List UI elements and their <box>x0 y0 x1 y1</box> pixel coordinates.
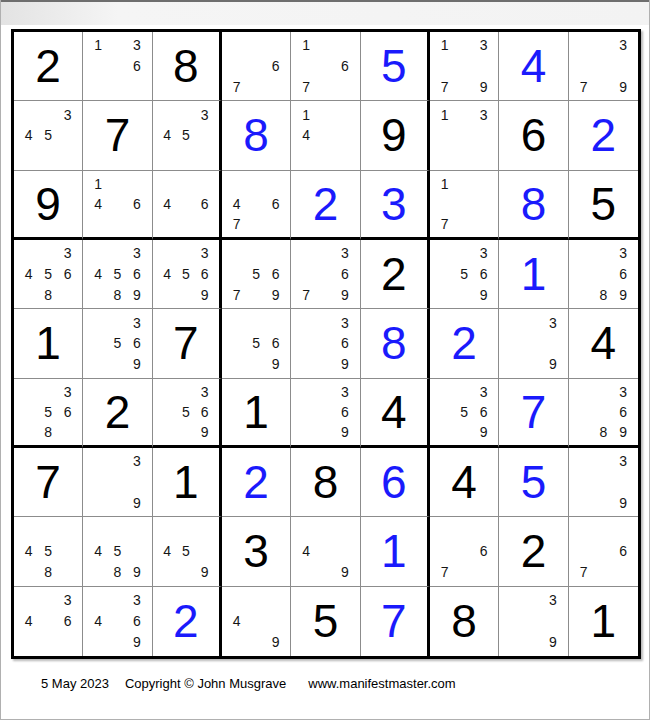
cell-r8c2[interactable]: 4589 <box>83 517 152 586</box>
pencil-digit: 4 <box>88 541 107 562</box>
pencil-marks: 13 <box>430 101 498 169</box>
pencil-digit: 3 <box>127 35 146 56</box>
pencil-digit: 3 <box>195 104 214 125</box>
cell-r1c6[interactable]: 5 <box>361 32 430 101</box>
cell-r8c9[interactable]: 67 <box>569 517 638 586</box>
pencil-marks: 67 <box>430 517 498 585</box>
pencil-digit: 3 <box>474 382 493 402</box>
cell-r5c1[interactable]: 1 <box>14 309 83 378</box>
cell-r9c9[interactable]: 1 <box>569 587 638 656</box>
pencil-digit: 6 <box>335 56 354 77</box>
pencil-digit: 8 <box>38 422 57 442</box>
pencil-digit: 6 <box>613 264 633 285</box>
entered-digit: 8 <box>381 320 407 366</box>
pencil-digit: 8 <box>108 285 127 306</box>
pencil-marks: 379 <box>569 32 638 100</box>
cell-r2c8[interactable]: 6 <box>499 101 568 170</box>
pencil-digit: 5 <box>38 125 57 146</box>
pencil-marks: 3679 <box>291 240 359 308</box>
cell-r5c2[interactable]: 3569 <box>83 309 152 378</box>
cell-r7c7[interactable]: 4 <box>430 448 499 517</box>
pencil-digit: 5 <box>454 264 473 285</box>
pencil-digit: 9 <box>474 422 493 442</box>
cell-r2c1[interactable]: 345 <box>14 101 83 170</box>
cell-r6c2[interactable]: 2 <box>83 379 152 448</box>
pencil-digit: 8 <box>38 285 57 306</box>
pencil-marks: 3689 <box>569 379 638 445</box>
pencil-digit: 7 <box>227 77 246 98</box>
cell-r1c2[interactable]: 136 <box>83 32 152 101</box>
pencil-digit: 9 <box>335 354 354 375</box>
pencil-digit: 4 <box>88 194 107 214</box>
given-digit: 1 <box>591 598 617 644</box>
cell-r9c4[interactable]: 49 <box>222 587 291 656</box>
pencil-digit: 3 <box>127 451 146 472</box>
cell-r7c8[interactable]: 5 <box>499 448 568 517</box>
pencil-digit: 1 <box>88 35 107 56</box>
cell-r5c6[interactable]: 8 <box>361 309 430 378</box>
pencil-digit: 3 <box>335 243 354 264</box>
pencil-digit: 3 <box>195 243 214 264</box>
cell-r2c2[interactable]: 7 <box>83 101 152 170</box>
given-digit: 1 <box>243 389 269 435</box>
pencil-digit: 9 <box>474 77 493 98</box>
pencil-digit: 4 <box>296 125 315 146</box>
cell-r5c7[interactable]: 2 <box>430 309 499 378</box>
pencil-digit: 7 <box>435 77 454 98</box>
entered-digit: 8 <box>521 181 547 227</box>
pencil-marks: 167 <box>291 32 359 100</box>
cell-r5c9[interactable]: 4 <box>569 309 638 378</box>
cell-r4c3[interactable]: 34569 <box>153 240 222 309</box>
given-digit: 9 <box>381 112 407 158</box>
pencil-digit: 1 <box>435 174 454 194</box>
pencil-digit: 5 <box>38 541 57 562</box>
cell-r3c6[interactable]: 3 <box>361 171 430 240</box>
given-digit: 4 <box>451 459 477 505</box>
cell-r7c6[interactable]: 6 <box>361 448 430 517</box>
pencil-digit: 7 <box>296 77 315 98</box>
cell-r3c9[interactable]: 5 <box>569 171 638 240</box>
pencil-digit: 6 <box>613 541 633 562</box>
cell-r2c3[interactable]: 345 <box>153 101 222 170</box>
pencil-digit: 9 <box>127 562 146 583</box>
given-digit: 7 <box>35 459 61 505</box>
pencil-digit: 9 <box>335 285 354 306</box>
footer: 5 May 2023Copyright © John Musgravewww.m… <box>41 676 456 691</box>
pencil-marks: 467 <box>222 171 290 237</box>
pencil-digit: 6 <box>613 402 633 422</box>
given-digit: 2 <box>35 43 61 89</box>
entered-digit: 5 <box>381 43 407 89</box>
pencil-digit: 4 <box>19 541 38 562</box>
pencil-digit: 5 <box>108 264 127 285</box>
pencil-digit: 7 <box>227 214 246 234</box>
entered-digit: 1 <box>381 528 407 574</box>
cell-r2c7[interactable]: 13 <box>430 101 499 170</box>
given-digit: 8 <box>451 598 477 644</box>
cell-r9c8[interactable]: 39 <box>499 587 568 656</box>
given-digit: 7 <box>173 320 199 366</box>
pencil-digit: 9 <box>474 285 493 306</box>
cell-r9c3[interactable]: 2 <box>153 587 222 656</box>
pencil-digit: 6 <box>335 264 354 285</box>
footer-date: 5 May 2023 <box>41 676 109 691</box>
cell-r3c8[interactable]: 8 <box>499 171 568 240</box>
pencil-digit: 5 <box>176 541 195 562</box>
cell-r4c7[interactable]: 3569 <box>430 240 499 309</box>
cell-r9c7[interactable]: 8 <box>430 587 499 656</box>
entered-digit: 4 <box>521 43 547 89</box>
cell-r9c1[interactable]: 346 <box>14 587 83 656</box>
pencil-digit: 1 <box>88 174 107 194</box>
pencil-marks: 459 <box>153 517 219 585</box>
pencil-digit: 3 <box>543 590 562 611</box>
cell-r6c5[interactable]: 369 <box>291 379 360 448</box>
pencil-marks: 4589 <box>83 517 151 585</box>
cell-r3c7[interactable]: 17 <box>430 171 499 240</box>
cell-r6c8[interactable]: 7 <box>499 379 568 448</box>
cell-r6c6[interactable]: 4 <box>361 379 430 448</box>
cell-r5c3[interactable]: 7 <box>153 309 222 378</box>
pencil-digit: 8 <box>593 285 613 306</box>
entered-digit: 2 <box>451 320 477 366</box>
cell-r4c5[interactable]: 3679 <box>291 240 360 309</box>
pencil-digit: 4 <box>227 194 246 214</box>
pencil-digit: 6 <box>474 402 493 422</box>
pencil-marks: 34569 <box>153 240 219 308</box>
pencil-digit: 9 <box>127 632 146 653</box>
entered-digit: 2 <box>313 181 339 227</box>
window-top-bar <box>1 0 650 25</box>
given-digit: 8 <box>313 459 339 505</box>
pencil-digit: 4 <box>19 125 38 146</box>
pencil-digit: 7 <box>574 562 594 583</box>
given-digit: 1 <box>35 320 61 366</box>
pencil-digit: 3 <box>127 312 146 333</box>
cell-r1c8[interactable]: 4 <box>499 32 568 101</box>
pencil-marks: 67 <box>569 517 638 585</box>
cell-r3c2[interactable]: 146 <box>83 171 152 240</box>
pencil-digit: 1 <box>296 104 315 125</box>
cell-r6c7[interactable]: 3569 <box>430 379 499 448</box>
pencil-digit: 5 <box>454 402 473 422</box>
pencil-digit: 9 <box>266 632 285 653</box>
cell-r7c3[interactable]: 1 <box>153 448 222 517</box>
cell-r2c4[interactable]: 8 <box>222 101 291 170</box>
pencil-marks: 569 <box>222 309 290 377</box>
given-digit: 5 <box>313 598 339 644</box>
pencil-marks: 49 <box>291 517 359 585</box>
given-digit: 6 <box>521 112 547 158</box>
cell-r8c7[interactable]: 67 <box>430 517 499 586</box>
pencil-digit: 5 <box>176 125 195 146</box>
pencil-digit: 6 <box>195 264 214 285</box>
pencil-digit: 5 <box>246 333 265 354</box>
pencil-marks: 146 <box>83 171 151 237</box>
footer-website: www.manifestmaster.com <box>308 676 455 691</box>
pencil-digit: 5 <box>176 264 195 285</box>
pencil-digit: 8 <box>38 562 57 583</box>
pencil-digit: 7 <box>227 285 246 306</box>
pencil-digit: 6 <box>127 264 146 285</box>
pencil-digit: 6 <box>127 611 146 632</box>
given-digit: 7 <box>105 112 131 158</box>
pencil-digit: 1 <box>296 35 315 56</box>
entered-digit: 1 <box>521 251 547 297</box>
pencil-marks: 5679 <box>222 240 290 308</box>
pencil-marks: 346 <box>14 587 82 656</box>
pencil-marks: 46 <box>153 171 219 237</box>
pencil-marks: 3689 <box>569 240 638 308</box>
cell-r6c4[interactable]: 1 <box>222 379 291 448</box>
pencil-marks: 345689 <box>83 240 151 308</box>
pencil-digit: 4 <box>88 611 107 632</box>
pencil-digit: 9 <box>543 632 562 653</box>
pencil-marks: 369 <box>291 379 359 445</box>
cell-r8c6[interactable]: 1 <box>361 517 430 586</box>
cell-r2c6[interactable]: 9 <box>361 101 430 170</box>
cell-r4c1[interactable]: 34568 <box>14 240 83 309</box>
given-digit: 8 <box>173 43 199 89</box>
cell-r3c5[interactable]: 2 <box>291 171 360 240</box>
entered-digit: 5 <box>521 459 547 505</box>
pencil-digit: 3 <box>58 382 77 402</box>
entered-digit: 3 <box>381 181 407 227</box>
pencil-marks: 67 <box>222 32 290 100</box>
entered-digit: 2 <box>243 459 269 505</box>
cell-r2c9[interactable]: 2 <box>569 101 638 170</box>
pencil-digit: 9 <box>613 77 633 98</box>
pencil-digit: 9 <box>195 562 214 583</box>
cell-r6c1[interactable]: 3568 <box>14 379 83 448</box>
cell-r8c1[interactable]: 458 <box>14 517 83 586</box>
pencil-digit: 9 <box>127 354 146 375</box>
pencil-digit: 6 <box>58 264 77 285</box>
pencil-digit: 5 <box>38 402 57 422</box>
pencil-digit: 9 <box>266 354 285 375</box>
pencil-digit: 3 <box>58 104 77 125</box>
pencil-marks: 345 <box>14 101 82 169</box>
pencil-marks: 3568 <box>14 379 82 445</box>
pencil-digit: 4 <box>296 541 315 562</box>
pencil-digit: 6 <box>195 194 214 214</box>
cell-r9c2[interactable]: 3469 <box>83 587 152 656</box>
pencil-digit: 6 <box>127 56 146 77</box>
cell-r7c9[interactable]: 39 <box>569 448 638 517</box>
pencil-digit: 4 <box>158 194 177 214</box>
pencil-digit: 6 <box>474 541 493 562</box>
cell-r2c5[interactable]: 14 <box>291 101 360 170</box>
pencil-marks: 49 <box>222 587 290 656</box>
pencil-digit: 4 <box>19 264 38 285</box>
pencil-digit: 6 <box>266 264 285 285</box>
cell-r9c5[interactable]: 5 <box>291 587 360 656</box>
cell-r8c8[interactable]: 2 <box>499 517 568 586</box>
pencil-marks: 136 <box>83 32 151 100</box>
pencil-digit: 9 <box>127 285 146 306</box>
cell-r4c9[interactable]: 3689 <box>569 240 638 309</box>
entered-digit: 8 <box>243 112 269 158</box>
given-digit: 9 <box>35 181 61 227</box>
pencil-digit: 1 <box>435 35 454 56</box>
given-digit: 3 <box>243 528 269 574</box>
pencil-digit: 9 <box>543 354 562 375</box>
given-digit: 5 <box>591 181 617 227</box>
pencil-digit: 6 <box>58 611 77 632</box>
cell-r8c3[interactable]: 459 <box>153 517 222 586</box>
pencil-digit: 8 <box>593 422 613 442</box>
pencil-digit: 1 <box>435 104 454 125</box>
pencil-digit: 3 <box>613 35 633 56</box>
cell-r1c3[interactable]: 8 <box>153 32 222 101</box>
cell-r1c4[interactable]: 67 <box>222 32 291 101</box>
pencil-marks: 3569 <box>430 379 498 445</box>
pencil-digit: 3 <box>543 312 562 333</box>
pencil-digit: 3 <box>613 382 633 402</box>
pencil-digit: 6 <box>195 402 214 422</box>
pencil-marks: 3569 <box>153 379 219 445</box>
pencil-digit: 5 <box>38 264 57 285</box>
pencil-digit: 6 <box>58 402 77 422</box>
pencil-digit: 3 <box>127 590 146 611</box>
entered-digit: 2 <box>591 112 617 158</box>
pencil-digit: 3 <box>474 104 493 125</box>
pencil-digit: 5 <box>108 333 127 354</box>
cell-r3c1[interactable]: 9 <box>14 171 83 240</box>
cell-r5c4[interactable]: 569 <box>222 309 291 378</box>
pencil-digit: 5 <box>246 264 265 285</box>
pencil-digit: 3 <box>195 382 214 402</box>
pencil-digit: 7 <box>435 562 454 583</box>
pencil-digit: 3 <box>474 243 493 264</box>
cell-r6c3[interactable]: 3569 <box>153 379 222 448</box>
given-digit: 2 <box>521 528 547 574</box>
pencil-digit: 5 <box>108 541 127 562</box>
pencil-digit: 9 <box>613 493 633 514</box>
entered-digit: 7 <box>381 598 407 644</box>
cell-r4c4[interactable]: 5679 <box>222 240 291 309</box>
entered-digit: 2 <box>173 598 199 644</box>
cell-r4c6[interactable]: 2 <box>361 240 430 309</box>
pencil-digit: 6 <box>335 333 354 354</box>
cell-r3c4[interactable]: 467 <box>222 171 291 240</box>
pencil-digit: 7 <box>296 285 315 306</box>
pencil-digit: 4 <box>88 264 107 285</box>
pencil-digit: 9 <box>613 285 633 306</box>
pencil-digit: 3 <box>58 590 77 611</box>
pencil-digit: 6 <box>127 333 146 354</box>
cell-r8c5[interactable]: 49 <box>291 517 360 586</box>
pencil-marks: 39 <box>499 309 567 377</box>
entered-digit: 7 <box>521 389 547 435</box>
pencil-digit: 5 <box>176 402 195 422</box>
pencil-digit: 9 <box>195 285 214 306</box>
given-digit: 4 <box>381 389 407 435</box>
pencil-marks: 39 <box>499 587 567 656</box>
entered-digit: 6 <box>381 459 407 505</box>
cell-r1c1[interactable]: 2 <box>14 32 83 101</box>
pencil-marks: 34568 <box>14 240 82 308</box>
pencil-digit: 3 <box>58 243 77 264</box>
cell-r8c4[interactable]: 3 <box>222 517 291 586</box>
given-digit: 2 <box>381 251 407 297</box>
cell-r6c9[interactable]: 3689 <box>569 379 638 448</box>
cell-r7c2[interactable]: 39 <box>83 448 152 517</box>
pencil-digit: 4 <box>158 125 177 146</box>
given-digit: 2 <box>105 389 131 435</box>
pencil-digit: 6 <box>474 264 493 285</box>
pencil-marks: 3469 <box>83 587 151 656</box>
pencil-digit: 6 <box>335 402 354 422</box>
cell-r5c8[interactable]: 39 <box>499 309 568 378</box>
cell-r9c6[interactable]: 7 <box>361 587 430 656</box>
pencil-digit: 4 <box>158 264 177 285</box>
pencil-digit: 4 <box>19 611 38 632</box>
pencil-marks: 14 <box>291 101 359 169</box>
cell-r1c7[interactable]: 1379 <box>430 32 499 101</box>
pencil-digit: 4 <box>227 611 246 632</box>
cell-r7c5[interactable]: 8 <box>291 448 360 517</box>
pencil-marks: 17 <box>430 171 498 237</box>
pencil-digit: 3 <box>613 451 633 472</box>
footer-copyright: Copyright © John Musgrave <box>125 676 286 691</box>
pencil-digit: 9 <box>195 422 214 442</box>
pencil-digit: 9 <box>335 562 354 583</box>
pencil-digit: 6 <box>266 194 285 214</box>
pencil-digit: 9 <box>335 422 354 442</box>
pencil-digit: 9 <box>613 422 633 442</box>
cell-r4c8[interactable]: 1 <box>499 240 568 309</box>
pencil-digit: 6 <box>266 333 285 354</box>
pencil-digit: 4 <box>158 541 177 562</box>
pencil-marks: 345 <box>153 101 219 169</box>
pencil-digit: 3 <box>127 243 146 264</box>
pencil-marks: 369 <box>291 309 359 377</box>
sudoku-board[interactable]: 2136867167513794379345734581491362914646… <box>11 29 641 659</box>
pencil-digit: 6 <box>127 194 146 214</box>
pencil-digit: 8 <box>108 562 127 583</box>
cell-r1c9[interactable]: 379 <box>569 32 638 101</box>
pencil-digit: 9 <box>127 493 146 514</box>
pencil-digit: 7 <box>435 214 454 234</box>
pencil-digit: 6 <box>266 56 285 77</box>
pencil-marks: 3569 <box>83 309 151 377</box>
cell-r7c4[interactable]: 2 <box>222 448 291 517</box>
cell-r3c3[interactable]: 46 <box>153 171 222 240</box>
pencil-marks: 1379 <box>430 32 498 100</box>
cell-r7c1[interactable]: 7 <box>14 448 83 517</box>
pencil-marks: 39 <box>569 448 638 516</box>
pencil-marks: 3569 <box>430 240 498 308</box>
pencil-digit: 3 <box>474 35 493 56</box>
pencil-marks: 39 <box>83 448 151 516</box>
cell-r1c5[interactable]: 167 <box>291 32 360 101</box>
pencil-digit: 9 <box>266 285 285 306</box>
pencil-marks: 458 <box>14 517 82 585</box>
given-digit: 1 <box>173 459 199 505</box>
cell-r5c5[interactable]: 369 <box>291 309 360 378</box>
cell-r4c2[interactable]: 345689 <box>83 240 152 309</box>
pencil-digit: 3 <box>335 382 354 402</box>
pencil-digit: 3 <box>335 312 354 333</box>
pencil-digit: 7 <box>574 77 594 98</box>
given-digit: 4 <box>591 320 617 366</box>
pencil-digit: 3 <box>613 243 633 264</box>
